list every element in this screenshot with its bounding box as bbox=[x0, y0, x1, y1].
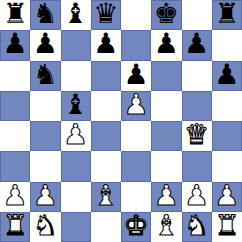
white-pawn-g2[interactable]: ♟ bbox=[184, 182, 209, 210]
square-a2[interactable]: ♟ bbox=[0, 182, 30, 212]
square-a1[interactable]: ♜ bbox=[0, 212, 30, 242]
white-bishop-f1[interactable]: ♝ bbox=[154, 212, 179, 240]
black-pawn-b7[interactable]: ♟ bbox=[33, 30, 58, 58]
square-a8[interactable]: ♜ bbox=[0, 0, 30, 30]
square-h4[interactable] bbox=[212, 121, 242, 151]
square-b2[interactable]: ♟ bbox=[30, 182, 60, 212]
black-knight-b8[interactable]: ♞ bbox=[33, 0, 58, 28]
white-rook-a1[interactable]: ♜ bbox=[3, 212, 28, 240]
square-h5[interactable] bbox=[212, 91, 242, 121]
square-d7[interactable]: ♟ bbox=[91, 30, 121, 60]
chess-board: ♜♞♝♛♚♜♟♟♟♟♟♞♟♟♝♟♟♛♟♟♝♟♟♟♜♞♚♝♞♜ bbox=[0, 0, 242, 242]
square-c4[interactable]: ♟ bbox=[61, 121, 91, 151]
black-pawn-g7[interactable]: ♟ bbox=[184, 30, 209, 58]
black-king-f8[interactable]: ♚ bbox=[154, 0, 179, 28]
square-e1[interactable]: ♚ bbox=[121, 212, 151, 242]
black-queen-d8[interactable]: ♛ bbox=[93, 0, 118, 28]
square-c5[interactable]: ♝ bbox=[61, 91, 91, 121]
square-e2[interactable] bbox=[121, 182, 151, 212]
square-h1[interactable]: ♜ bbox=[212, 212, 242, 242]
square-b7[interactable]: ♟ bbox=[30, 30, 60, 60]
white-pawn-b2[interactable]: ♟ bbox=[33, 182, 58, 210]
black-rook-a8[interactable]: ♜ bbox=[3, 0, 28, 28]
white-rook-h1[interactable]: ♜ bbox=[214, 212, 239, 240]
square-b4[interactable] bbox=[30, 121, 60, 151]
square-g3[interactable] bbox=[182, 151, 212, 181]
square-c2[interactable] bbox=[61, 182, 91, 212]
square-f8[interactable]: ♚ bbox=[151, 0, 181, 30]
white-knight-g1[interactable]: ♞ bbox=[184, 212, 209, 240]
square-b8[interactable]: ♞ bbox=[30, 0, 60, 30]
square-h3[interactable] bbox=[212, 151, 242, 181]
square-h7[interactable] bbox=[212, 30, 242, 60]
square-d3[interactable] bbox=[91, 151, 121, 181]
black-pawn-d7[interactable]: ♟ bbox=[93, 30, 118, 58]
black-knight-b6[interactable]: ♞ bbox=[33, 61, 58, 89]
square-g2[interactable]: ♟ bbox=[182, 182, 212, 212]
white-knight-b1[interactable]: ♞ bbox=[33, 212, 58, 240]
square-a7[interactable]: ♟ bbox=[0, 30, 30, 60]
square-f1[interactable]: ♝ bbox=[151, 212, 181, 242]
black-pawn-e6[interactable]: ♟ bbox=[124, 61, 149, 89]
square-e3[interactable] bbox=[121, 151, 151, 181]
square-a4[interactable] bbox=[0, 121, 30, 151]
square-d2[interactable]: ♝ bbox=[91, 182, 121, 212]
white-pawn-e5[interactable]: ♟ bbox=[124, 91, 149, 119]
black-pawn-h6[interactable]: ♟ bbox=[214, 61, 239, 89]
square-d8[interactable]: ♛ bbox=[91, 0, 121, 30]
square-c7[interactable] bbox=[61, 30, 91, 60]
square-e4[interactable] bbox=[121, 121, 151, 151]
square-c6[interactable] bbox=[61, 61, 91, 91]
square-b5[interactable] bbox=[30, 91, 60, 121]
square-b6[interactable]: ♞ bbox=[30, 61, 60, 91]
square-d5[interactable] bbox=[91, 91, 121, 121]
square-f6[interactable] bbox=[151, 61, 181, 91]
square-g6[interactable] bbox=[182, 61, 212, 91]
black-rook-h8[interactable]: ♜ bbox=[214, 0, 239, 28]
square-d4[interactable] bbox=[91, 121, 121, 151]
square-f7[interactable]: ♟ bbox=[151, 30, 181, 60]
square-e8[interactable] bbox=[121, 0, 151, 30]
square-f2[interactable]: ♟ bbox=[151, 182, 181, 212]
white-king-e1[interactable]: ♚ bbox=[124, 212, 149, 240]
square-e5[interactable]: ♟ bbox=[121, 91, 151, 121]
square-a5[interactable] bbox=[0, 91, 30, 121]
square-f3[interactable] bbox=[151, 151, 181, 181]
square-a6[interactable] bbox=[0, 61, 30, 91]
white-pawn-h2[interactable]: ♟ bbox=[214, 182, 239, 210]
white-pawn-a2[interactable]: ♟ bbox=[3, 182, 28, 210]
square-f4[interactable] bbox=[151, 121, 181, 151]
white-bishop-d2[interactable]: ♝ bbox=[93, 182, 118, 210]
square-g5[interactable] bbox=[182, 91, 212, 121]
square-c1[interactable] bbox=[61, 212, 91, 242]
square-h2[interactable]: ♟ bbox=[212, 182, 242, 212]
white-pawn-f2[interactable]: ♟ bbox=[154, 182, 179, 210]
square-g4[interactable]: ♛ bbox=[182, 121, 212, 151]
square-e7[interactable] bbox=[121, 30, 151, 60]
black-pawn-f7[interactable]: ♟ bbox=[154, 30, 179, 58]
square-h6[interactable]: ♟ bbox=[212, 61, 242, 91]
square-f5[interactable] bbox=[151, 91, 181, 121]
square-b3[interactable] bbox=[30, 151, 60, 181]
square-g1[interactable]: ♞ bbox=[182, 212, 212, 242]
square-c3[interactable] bbox=[61, 151, 91, 181]
square-d1[interactable] bbox=[91, 212, 121, 242]
square-g7[interactable]: ♟ bbox=[182, 30, 212, 60]
black-pawn-a7[interactable]: ♟ bbox=[3, 30, 28, 58]
square-b1[interactable]: ♞ bbox=[30, 212, 60, 242]
black-bishop-c8[interactable]: ♝ bbox=[63, 0, 88, 28]
square-c8[interactable]: ♝ bbox=[61, 0, 91, 30]
white-pawn-c4[interactable]: ♟ bbox=[63, 121, 88, 149]
square-h8[interactable]: ♜ bbox=[212, 0, 242, 30]
white-queen-g4[interactable]: ♛ bbox=[184, 121, 209, 149]
square-e6[interactable]: ♟ bbox=[121, 61, 151, 91]
black-bishop-c5[interactable]: ♝ bbox=[63, 91, 88, 119]
square-a3[interactable] bbox=[0, 151, 30, 181]
square-g8[interactable] bbox=[182, 0, 212, 30]
square-d6[interactable] bbox=[91, 61, 121, 91]
